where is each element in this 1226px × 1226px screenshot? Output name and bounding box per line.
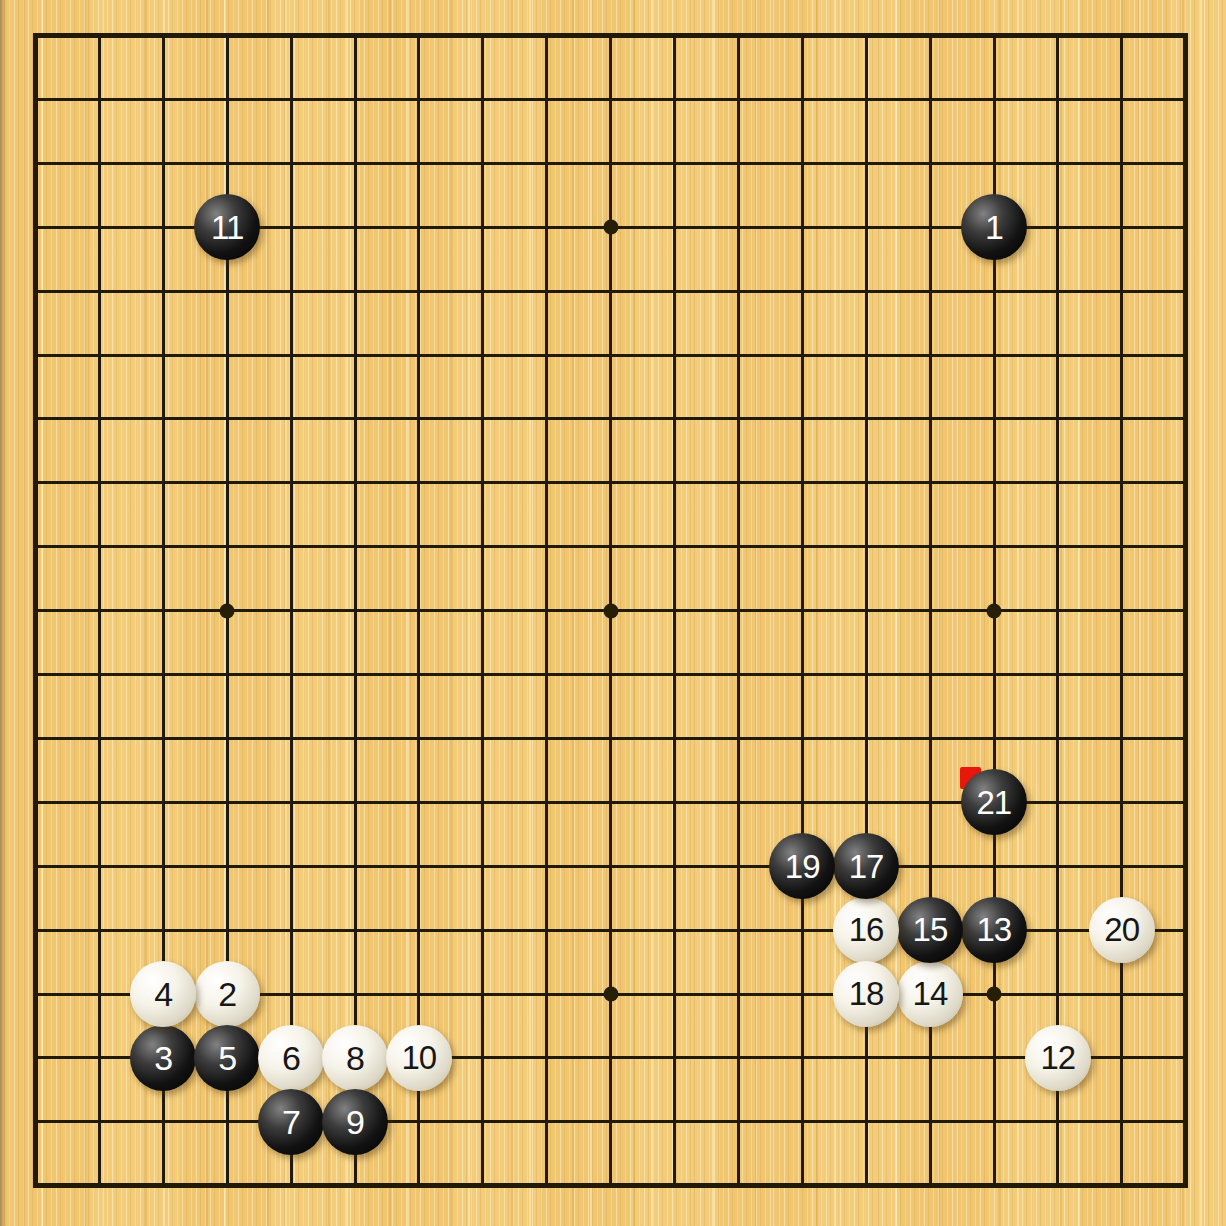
board-intersection-P4[interactable]: 14 bbox=[898, 962, 962, 1026]
board-intersection-D3[interactable]: 5 bbox=[195, 1026, 259, 1090]
stone-white-move-16: 16 bbox=[833, 897, 899, 963]
move-number-label: 7 bbox=[282, 1105, 300, 1139]
stone-white-move-8: 8 bbox=[322, 1025, 388, 1091]
stone-black-move-3: 3 bbox=[130, 1025, 196, 1091]
board-intersection-G3[interactable]: 10 bbox=[387, 1026, 451, 1090]
move-number-label: 12 bbox=[1040, 1041, 1075, 1074]
board-intersection-D4[interactable]: 2 bbox=[195, 962, 259, 1026]
move-number-label: 6 bbox=[282, 1041, 300, 1075]
board-intersection-E3[interactable]: 6 bbox=[259, 1026, 323, 1090]
move-number-label: 4 bbox=[154, 977, 172, 1011]
move-number-label: 14 bbox=[913, 977, 948, 1010]
board-intersection-S5[interactable]: 20 bbox=[1090, 898, 1154, 962]
move-number-label: 13 bbox=[977, 913, 1012, 946]
stone-black-move-7: 7 bbox=[258, 1089, 324, 1155]
move-number-label: 18 bbox=[849, 977, 884, 1010]
move-number-label: 2 bbox=[218, 977, 236, 1011]
stone-black-move-9: 9 bbox=[322, 1089, 388, 1155]
stone-white-move-14: 14 bbox=[897, 961, 963, 1027]
board-intersection-P5[interactable]: 15 bbox=[898, 898, 962, 962]
move-number-label: 5 bbox=[218, 1041, 236, 1075]
stone-black-move-1: 1 bbox=[961, 194, 1027, 260]
stone-white-move-6: 6 bbox=[258, 1025, 324, 1091]
stone-black-move-19: 19 bbox=[769, 833, 835, 899]
move-number-label: 17 bbox=[849, 850, 884, 883]
board-intersection-Q16[interactable]: 1 bbox=[962, 195, 1026, 259]
board-intersection-Q5[interactable]: 13 bbox=[962, 898, 1026, 962]
move-number-label: 3 bbox=[154, 1041, 172, 1075]
go-board[interactable]: 123456789101112131415161718192021 bbox=[0, 0, 1226, 1226]
board-intersection-Q7[interactable]: 21 bbox=[962, 770, 1026, 834]
move-number-label: 9 bbox=[346, 1105, 364, 1139]
stone-white-move-18: 18 bbox=[833, 961, 899, 1027]
stone-white-move-4: 4 bbox=[130, 961, 196, 1027]
stone-white-move-10: 10 bbox=[386, 1025, 452, 1091]
stone-black-move-5: 5 bbox=[194, 1025, 260, 1091]
move-number-label: 11 bbox=[211, 211, 243, 244]
move-number-label: 20 bbox=[1104, 913, 1139, 946]
board-intersection-D16[interactable]: 11 bbox=[195, 195, 259, 259]
stone-black-move-17: 17 bbox=[833, 833, 899, 899]
board-intersection-R3[interactable]: 12 bbox=[1026, 1026, 1090, 1090]
board-intersection-O4[interactable]: 18 bbox=[834, 962, 898, 1026]
stone-black-move-21: 21 bbox=[961, 769, 1027, 835]
stone-black-move-11: 11 bbox=[194, 194, 260, 260]
board-intersection-O5[interactable]: 16 bbox=[834, 898, 898, 962]
board-intersection-E2[interactable]: 7 bbox=[259, 1090, 323, 1154]
stone-black-move-15: 15 bbox=[897, 897, 963, 963]
stones-grid: 123456789101112131415161718192021 bbox=[4, 4, 1218, 1218]
board-intersection-N6[interactable]: 19 bbox=[770, 834, 834, 898]
board-intersection-C3[interactable]: 3 bbox=[131, 1026, 195, 1090]
stone-black-move-13: 13 bbox=[961, 897, 1027, 963]
move-number-label: 16 bbox=[849, 913, 884, 946]
board-intersection-F3[interactable]: 8 bbox=[323, 1026, 387, 1090]
move-number-label: 21 bbox=[977, 786, 1012, 819]
move-number-label: 8 bbox=[346, 1041, 364, 1075]
move-number-label: 15 bbox=[913, 913, 948, 946]
board-intersection-C4[interactable]: 4 bbox=[131, 962, 195, 1026]
board-intersection-F2[interactable]: 9 bbox=[323, 1090, 387, 1154]
move-number-label: 1 bbox=[985, 210, 1003, 244]
stone-white-move-20: 20 bbox=[1089, 897, 1155, 963]
move-number-label: 19 bbox=[785, 850, 820, 883]
stone-white-move-2: 2 bbox=[194, 961, 260, 1027]
stone-white-move-12: 12 bbox=[1025, 1025, 1091, 1091]
move-number-label: 10 bbox=[401, 1041, 436, 1074]
board-intersection-O6[interactable]: 17 bbox=[834, 834, 898, 898]
